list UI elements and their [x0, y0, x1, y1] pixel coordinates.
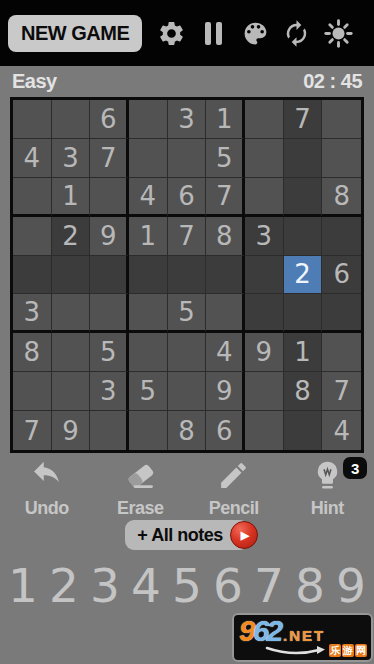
sudoku-cell[interactable]: 5 [129, 372, 168, 411]
sudoku-cell[interactable] [129, 100, 168, 139]
sudoku-cell[interactable] [13, 372, 52, 411]
sudoku-cell[interactable] [13, 217, 52, 256]
sudoku-cell[interactable]: 1 [129, 217, 168, 256]
sudoku-cell[interactable] [322, 139, 361, 178]
sudoku-cell[interactable] [206, 294, 245, 333]
sudoku-cell[interactable]: 8 [284, 372, 323, 411]
sudoku-cell[interactable] [168, 256, 207, 295]
numpad-9[interactable]: 9 [336, 562, 366, 609]
sudoku-cell[interactable]: 5 [168, 294, 207, 333]
all-notes-label: + All notes [137, 525, 222, 545]
sudoku-cell[interactable]: 1 [206, 100, 245, 139]
sudoku-cell[interactable] [284, 294, 323, 333]
watermark-net: .NET [283, 628, 325, 643]
sudoku-cell[interactable] [52, 256, 91, 295]
play-icon[interactable]: ▶ [230, 521, 258, 549]
sudoku-cell[interactable]: 2 [52, 217, 91, 256]
numpad-7[interactable]: 7 [254, 562, 284, 609]
number-pad: 123456789 [0, 558, 374, 612]
sudoku-cell[interactable] [284, 139, 323, 178]
sudoku-cell[interactable]: 4 [206, 333, 245, 372]
topbar-icons [146, 17, 364, 49]
sudoku-cell[interactable]: 4 [13, 139, 52, 178]
swoosh-arrow-icon [265, 645, 327, 657]
sudoku-cell[interactable]: 8 [13, 333, 52, 372]
sudoku-cell[interactable]: 4 [322, 411, 361, 450]
sudoku-cell[interactable]: 1 [284, 333, 323, 372]
watermark-site: 乐游网 [329, 644, 367, 657]
sudoku-cell[interactable] [168, 372, 207, 411]
sudoku-cell[interactable] [168, 333, 207, 372]
numpad-5[interactable]: 5 [172, 562, 202, 609]
undo-icon [30, 459, 63, 497]
sudoku-cell[interactable]: 7 [168, 217, 207, 256]
sudoku-cell[interactable]: 9 [206, 372, 245, 411]
timer: 02 : 45 [303, 70, 362, 93]
status-bar: Easy 02 : 45 [0, 66, 374, 97]
sudoku-cell[interactable] [206, 256, 245, 295]
sudoku-cell[interactable]: 3 [13, 294, 52, 333]
numpad-2[interactable]: 2 [49, 562, 79, 609]
sudoku-cell[interactable]: 5 [206, 139, 245, 178]
undo-button[interactable]: Undo [0, 459, 94, 515]
sudoku-cell[interactable]: 9 [52, 411, 91, 450]
sudoku-cell[interactable] [52, 294, 91, 333]
sudoku-cell[interactable]: 6 [206, 411, 245, 450]
hint-button[interactable]: Hint 3 [281, 459, 374, 515]
sudoku-cell[interactable] [13, 256, 52, 295]
eraser-icon [124, 459, 157, 497]
sudoku-cell[interactable]: 7 [206, 178, 245, 217]
pencil-button[interactable]: Pencil [187, 459, 281, 515]
sudoku-cell[interactable]: 1 [52, 178, 91, 217]
numpad-4[interactable]: 4 [131, 562, 161, 609]
sudoku-cell[interactable] [52, 333, 91, 372]
difficulty-label: Easy [12, 70, 57, 93]
sudoku-cell[interactable] [129, 333, 168, 372]
toolbar: Undo Erase Pencil Hint 3 [0, 459, 374, 515]
sudoku-cell[interactable] [90, 411, 129, 450]
watermark-962net: 9 6 2 .NET 乐游网 [232, 613, 373, 662]
sudoku-cell[interactable] [52, 372, 91, 411]
sudoku-cell[interactable]: 7 [322, 372, 361, 411]
restart-icon[interactable] [281, 17, 313, 49]
sudoku-cell[interactable]: 3 [168, 100, 207, 139]
sudoku-cell[interactable]: 9 [90, 217, 129, 256]
sudoku-cell[interactable] [322, 100, 361, 139]
settings-gear-icon[interactable] [156, 17, 188, 49]
sudoku-cell[interactable]: 5 [90, 333, 129, 372]
sudoku-cell[interactable]: 6 [322, 256, 361, 295]
sudoku-cell[interactable] [129, 256, 168, 295]
new-game-button[interactable]: NEW GAME [8, 15, 142, 52]
lightbulb-icon [311, 459, 344, 497]
sudoku-cell[interactable]: 7 [13, 411, 52, 450]
sudoku-cell[interactable]: 7 [90, 139, 129, 178]
sudoku-cell[interactable] [90, 178, 129, 217]
sudoku-cell[interactable] [322, 333, 361, 372]
sudoku-cell[interactable] [13, 178, 52, 217]
sudoku-cell[interactable]: 3 [245, 217, 284, 256]
pencil-label: Pencil [209, 498, 259, 519]
sudoku-cell[interactable] [90, 256, 129, 295]
sudoku-cell[interactable] [245, 256, 284, 295]
hint-label: Hint [311, 498, 344, 519]
numpad-8[interactable]: 8 [295, 562, 325, 609]
sudoku-cell[interactable] [322, 217, 361, 256]
sudoku-cell[interactable]: 6 [168, 178, 207, 217]
sudoku-board: 63174375146782917832635854913598779864 [10, 97, 364, 453]
sudoku-cell[interactable] [90, 294, 129, 333]
sudoku-cell[interactable]: 3 [52, 139, 91, 178]
sudoku-cell[interactable]: 9 [245, 333, 284, 372]
sudoku-cell[interactable] [129, 139, 168, 178]
sudoku-cell[interactable] [245, 294, 284, 333]
sudoku-cell[interactable]: 8 [322, 178, 361, 217]
numpad-3[interactable]: 3 [90, 562, 120, 609]
watermark-logo: 9 6 2 .NET [239, 616, 367, 646]
sudoku-cell[interactable] [284, 217, 323, 256]
sudoku-cell[interactable]: 6 [90, 100, 129, 139]
sudoku-cell[interactable] [322, 294, 361, 333]
sudoku-cell[interactable] [284, 178, 323, 217]
all-notes-row: + All notes ▶ [0, 520, 374, 550]
brightness-icon[interactable] [322, 17, 354, 49]
undo-label: Undo [25, 498, 69, 519]
all-notes-button[interactable]: + All notes ▶ [125, 520, 248, 550]
watermark-digit: 2 [266, 616, 280, 646]
sudoku-cell[interactable]: 7 [284, 100, 323, 139]
palette-icon[interactable] [239, 17, 271, 49]
sudoku-cell[interactable] [245, 139, 284, 178]
watermark-digit: 9 [239, 616, 253, 646]
erase-button[interactable]: Erase [94, 459, 188, 515]
sudoku-cell[interactable]: 8 [206, 217, 245, 256]
numpad-6[interactable]: 6 [213, 562, 243, 609]
sudoku-cell[interactable] [245, 178, 284, 217]
sudoku-cell[interactable] [284, 411, 323, 450]
sudoku-cell[interactable] [245, 100, 284, 139]
pause-icon[interactable] [197, 17, 229, 49]
sudoku-cell[interactable] [168, 139, 207, 178]
erase-label: Erase [117, 498, 164, 519]
watermark-digit: 6 [253, 616, 267, 646]
sudoku-cell[interactable] [245, 372, 284, 411]
sudoku-cell[interactable]: 4 [129, 178, 168, 217]
sudoku-cell[interactable]: 8 [168, 411, 207, 450]
sudoku-cell[interactable] [52, 100, 91, 139]
numpad-1[interactable]: 1 [8, 562, 38, 609]
sudoku-cell[interactable]: 3 [90, 372, 129, 411]
hint-count-badge: 3 [343, 457, 367, 479]
sudoku-cell-selected[interactable]: 2 [284, 256, 323, 295]
sudoku-cell[interactable] [129, 411, 168, 450]
sudoku-cell[interactable] [245, 411, 284, 450]
pencil-icon [217, 459, 250, 497]
top-bar: NEW GAME [0, 0, 374, 66]
sudoku-cell[interactable] [129, 294, 168, 333]
sudoku-cell[interactable] [13, 100, 52, 139]
